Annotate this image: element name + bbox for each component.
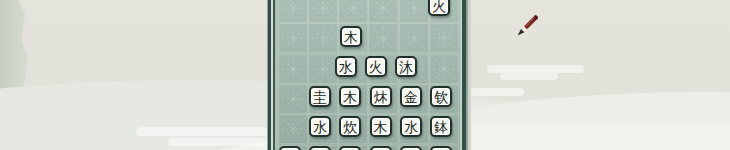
tile-hidden-r6c3[interactable]	[339, 146, 361, 150]
tile-character: 金	[404, 90, 418, 104]
tile-水-r3c3[interactable]: 水	[335, 56, 357, 77]
tile-火-r3c4[interactable]: 火	[365, 56, 387, 77]
tile-character: 炑	[374, 90, 388, 104]
game-scene: 火木水火沐圭木炑金钦水炊木水鉢	[0, 0, 730, 150]
tile-character: 水	[404, 120, 418, 134]
tile-character: 木	[344, 30, 358, 44]
tile-水-r5c5[interactable]: 水	[400, 116, 422, 137]
tile-character: 水	[313, 120, 327, 134]
tile-沐-r3c5[interactable]: 沐	[395, 56, 417, 77]
tile-layer: 火木水火沐圭木炑金钦水炊木水鉢	[0, 0, 730, 150]
tile-hidden-r6c2[interactable]	[309, 146, 331, 150]
tile-木-r2c3[interactable]: 木	[340, 26, 362, 47]
tile-钦-r4c6[interactable]: 钦	[430, 86, 452, 107]
tile-character: 圭	[313, 90, 327, 104]
tile-金-r4c5[interactable]: 金	[400, 86, 422, 107]
tile-火-r1c6[interactable]: 火	[428, 0, 450, 16]
tile-character: 木	[343, 90, 357, 104]
tile-character: 钦	[434, 90, 448, 104]
tile-炑-r4c4[interactable]: 炑	[370, 86, 392, 107]
tile-圭-r4c2[interactable]: 圭	[309, 86, 331, 107]
tile-character: 沐	[399, 60, 413, 74]
tile-hidden-r6c5[interactable]	[400, 146, 422, 150]
tile-hidden-r6c4[interactable]	[370, 146, 392, 150]
tile-木-r4c3[interactable]: 木	[339, 86, 361, 107]
tile-character: 火	[369, 60, 383, 74]
tile-炊-r5c3[interactable]: 炊	[339, 116, 361, 137]
tile-hidden-r6c6[interactable]	[430, 146, 452, 150]
tile-hidden-r6c1[interactable]	[279, 146, 301, 150]
tile-character: 炊	[343, 120, 357, 134]
tile-character: 木	[374, 120, 388, 134]
tile-character: 水	[339, 60, 353, 74]
tile-character: 火	[432, 0, 446, 13]
tile-木-r5c4[interactable]: 木	[370, 116, 392, 137]
tile-鉢-r5c6[interactable]: 鉢	[430, 116, 452, 137]
tile-character: 鉢	[434, 120, 448, 134]
tile-水-r5c2[interactable]: 水	[309, 116, 331, 137]
